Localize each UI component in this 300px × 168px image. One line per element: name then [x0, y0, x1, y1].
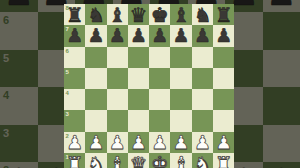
square-e7[interactable]: ♟	[149, 25, 170, 46]
piece-black-king[interactable]: ♚	[149, 4, 170, 25]
rank-label-5: 5	[66, 69, 69, 75]
piece-white-pawn[interactable]: ♟	[170, 132, 191, 153]
chess-board: 8♜♞♝♛♚♝♞♜7♟♟♟♟♟♟♟♟65432♟♟♟♟♟♟♟♟1a♜b♞c♝d♛…	[64, 4, 234, 168]
piece-black-queen[interactable]: ♛	[128, 4, 149, 25]
piece-white-king[interactable]: ♚	[149, 153, 170, 168]
square-c7[interactable]: ♟	[107, 25, 128, 46]
square-g7[interactable]: ♟	[192, 25, 213, 46]
square-c2[interactable]: ♟	[107, 132, 128, 153]
square-h4[interactable]	[213, 89, 234, 110]
piece-black-knight[interactable]: ♞	[85, 4, 106, 25]
square-d3[interactable]	[128, 110, 149, 131]
piece-white-pawn[interactable]: ♟	[192, 132, 213, 153]
square-b5[interactable]	[85, 68, 106, 89]
square-e8[interactable]: ♚	[149, 4, 170, 25]
square-g5[interactable]	[192, 68, 213, 89]
square-c5[interactable]	[107, 68, 128, 89]
piece-white-queen[interactable]: ♛	[128, 153, 149, 168]
square-e4[interactable]	[149, 89, 170, 110]
square-g1[interactable]: g♞	[192, 153, 213, 168]
chess-app-screen: { "game": "chess", "position": { "fen": …	[0, 0, 300, 168]
piece-black-bishop[interactable]: ♝	[107, 4, 128, 25]
square-c8[interactable]: ♝	[107, 4, 128, 25]
piece-black-rook[interactable]: ♜	[64, 4, 85, 25]
square-d6[interactable]	[128, 47, 149, 68]
square-g6[interactable]	[192, 47, 213, 68]
rank-label-4: 4	[66, 90, 69, 96]
square-a4[interactable]: 4	[64, 89, 85, 110]
square-d4[interactable]	[128, 89, 149, 110]
piece-white-pawn[interactable]: ♟	[128, 132, 149, 153]
square-f6[interactable]	[170, 47, 191, 68]
square-g4[interactable]	[192, 89, 213, 110]
square-b8[interactable]: ♞	[85, 4, 106, 25]
square-h7[interactable]: ♟	[213, 25, 234, 46]
square-e6[interactable]	[149, 47, 170, 68]
square-d1[interactable]: d♛	[128, 153, 149, 168]
square-f2[interactable]: ♟	[170, 132, 191, 153]
piece-white-pawn[interactable]: ♟	[149, 132, 170, 153]
rank-label-6: 6	[66, 48, 69, 54]
piece-black-pawn[interactable]: ♟	[85, 25, 106, 46]
square-f5[interactable]	[170, 68, 191, 89]
rank-label-3: 3	[66, 111, 69, 117]
square-e5[interactable]	[149, 68, 170, 89]
piece-black-pawn[interactable]: ♟	[107, 25, 128, 46]
square-a3[interactable]: 3	[64, 110, 85, 131]
square-a7[interactable]: 7♟	[64, 25, 85, 46]
piece-black-pawn[interactable]: ♟	[170, 25, 191, 46]
piece-black-rook[interactable]: ♜	[213, 4, 234, 25]
square-g3[interactable]	[192, 110, 213, 131]
square-h1[interactable]: h♜	[213, 153, 234, 168]
piece-black-knight[interactable]: ♞	[192, 4, 213, 25]
square-f8[interactable]: ♝	[170, 4, 191, 25]
square-a6[interactable]: 6	[64, 47, 85, 68]
square-c3[interactable]	[107, 110, 128, 131]
square-f1[interactable]: f♝	[170, 153, 191, 168]
square-f3[interactable]	[170, 110, 191, 131]
piece-black-pawn[interactable]: ♟	[149, 25, 170, 46]
square-g8[interactable]: ♞	[192, 4, 213, 25]
piece-black-pawn[interactable]: ♟	[64, 25, 85, 46]
piece-black-pawn[interactable]: ♟	[213, 25, 234, 46]
piece-white-pawn[interactable]: ♟	[107, 132, 128, 153]
square-f4[interactable]	[170, 89, 191, 110]
piece-white-pawn[interactable]: ♟	[213, 132, 234, 153]
piece-black-bishop[interactable]: ♝	[170, 4, 191, 25]
square-a1[interactable]: 1a♜	[64, 153, 85, 168]
square-h6[interactable]	[213, 47, 234, 68]
square-b7[interactable]: ♟	[85, 25, 106, 46]
square-b2[interactable]: ♟	[85, 132, 106, 153]
piece-white-bishop[interactable]: ♝	[107, 153, 128, 168]
square-e3[interactable]	[149, 110, 170, 131]
square-d8[interactable]: ♛	[128, 4, 149, 25]
square-b4[interactable]	[85, 89, 106, 110]
square-b3[interactable]	[85, 110, 106, 131]
square-d2[interactable]: ♟	[128, 132, 149, 153]
square-h8[interactable]: ♜	[213, 4, 234, 25]
square-e1[interactable]: e♚	[149, 153, 170, 168]
piece-white-bishop[interactable]: ♝	[170, 153, 191, 168]
square-g2[interactable]: ♟	[192, 132, 213, 153]
square-d5[interactable]	[128, 68, 149, 89]
square-e2[interactable]: ♟	[149, 132, 170, 153]
piece-white-pawn[interactable]: ♟	[85, 132, 106, 153]
piece-white-rook[interactable]: ♜	[213, 153, 234, 168]
square-c4[interactable]	[107, 89, 128, 110]
piece-white-pawn[interactable]: ♟	[64, 132, 85, 153]
square-a5[interactable]: 5	[64, 68, 85, 89]
square-h3[interactable]	[213, 110, 234, 131]
square-c1[interactable]: c♝	[107, 153, 128, 168]
square-d7[interactable]: ♟	[128, 25, 149, 46]
piece-white-knight[interactable]: ♞	[192, 153, 213, 168]
square-h2[interactable]: ♟	[213, 132, 234, 153]
piece-white-knight[interactable]: ♞	[85, 153, 106, 168]
square-b6[interactable]	[85, 47, 106, 68]
square-a8[interactable]: 8♜	[64, 4, 85, 25]
square-a2[interactable]: 2♟	[64, 132, 85, 153]
square-b1[interactable]: b♞	[85, 153, 106, 168]
square-f7[interactable]: ♟	[170, 25, 191, 46]
piece-black-pawn[interactable]: ♟	[192, 25, 213, 46]
square-c6[interactable]	[107, 47, 128, 68]
piece-white-rook[interactable]: ♜	[64, 153, 85, 168]
square-h5[interactable]	[213, 68, 234, 89]
piece-black-pawn[interactable]: ♟	[128, 25, 149, 46]
